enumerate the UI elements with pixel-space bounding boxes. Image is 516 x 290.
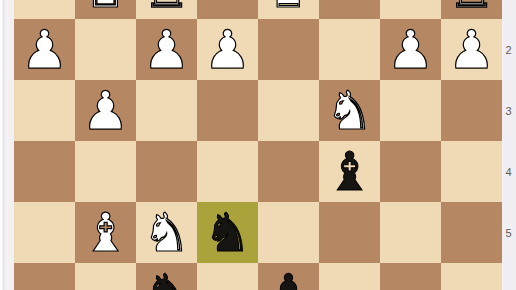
white-pawn[interactable]: ♟ — [441, 19, 502, 80]
white-bishop[interactable]: ♝ — [75, 202, 136, 263]
white-pawn[interactable]: ♟ — [136, 19, 197, 80]
square-b2[interactable]: ♟ — [380, 19, 441, 80]
square-d2[interactable] — [258, 19, 319, 80]
white-queen[interactable]: ♛ — [258, 0, 319, 19]
square-a2[interactable]: ♟ — [441, 19, 502, 80]
square-c1[interactable] — [319, 0, 380, 19]
square-e3[interactable] — [197, 80, 258, 141]
square-e2[interactable]: ♟ — [197, 19, 258, 80]
square-c2[interactable] — [319, 19, 380, 80]
square-h1[interactable] — [14, 0, 75, 19]
white-pawn[interactable]: ♟ — [197, 19, 258, 80]
chess-board: ♚♜♛♜♟♟♟♟♟♟♞♝♝♞♞♞♟ — [14, 0, 502, 290]
white-rook[interactable]: ♜ — [136, 0, 197, 19]
square-a4[interactable] — [441, 141, 502, 202]
square-a6[interactable] — [441, 263, 502, 290]
square-e4[interactable] — [197, 141, 258, 202]
chess-board-screenshot: ♚♜♛♜♟♟♟♟♟♟♞♝♝♞♞♞♟ 2345 — [0, 0, 516, 290]
square-g5[interactable]: ♝ — [75, 202, 136, 263]
square-b6[interactable] — [380, 263, 441, 290]
black-knight[interactable]: ♞ — [136, 263, 197, 290]
square-b3[interactable] — [380, 80, 441, 141]
board-viewport: ♚♜♛♜♟♟♟♟♟♟♞♝♝♞♞♞♟ — [14, 0, 502, 290]
rank-coordinates-gutter: 2345 — [502, 0, 516, 290]
square-g1[interactable]: ♚ — [75, 0, 136, 19]
white-pawn[interactable]: ♟ — [75, 80, 136, 141]
square-c5[interactable] — [319, 202, 380, 263]
rank-label-4: 4 — [502, 166, 515, 178]
square-g3[interactable]: ♟ — [75, 80, 136, 141]
rank-label-2: 2 — [502, 44, 515, 56]
square-h3[interactable] — [14, 80, 75, 141]
square-e5[interactable]: ♞ — [197, 202, 258, 263]
black-bishop[interactable]: ♝ — [319, 141, 380, 202]
black-pawn[interactable]: ♟ — [258, 263, 319, 290]
square-d1[interactable]: ♛ — [258, 0, 319, 19]
square-b5[interactable] — [380, 202, 441, 263]
white-king[interactable]: ♚ — [75, 0, 136, 19]
square-e6[interactable] — [197, 263, 258, 290]
square-g6[interactable] — [75, 263, 136, 290]
square-g2[interactable] — [75, 19, 136, 80]
square-f6[interactable]: ♞ — [136, 263, 197, 290]
square-f2[interactable]: ♟ — [136, 19, 197, 80]
square-f1[interactable]: ♜ — [136, 0, 197, 19]
square-h6[interactable] — [14, 263, 75, 290]
rank-label-3: 3 — [502, 105, 515, 117]
square-b1[interactable] — [380, 0, 441, 19]
square-e1[interactable] — [197, 0, 258, 19]
square-f3[interactable] — [136, 80, 197, 141]
square-h2[interactable]: ♟ — [14, 19, 75, 80]
square-b4[interactable] — [380, 141, 441, 202]
square-d3[interactable] — [258, 80, 319, 141]
square-c3[interactable]: ♞ — [319, 80, 380, 141]
square-g4[interactable] — [75, 141, 136, 202]
rank-label-5: 5 — [502, 227, 515, 239]
page-left-edge-strip — [0, 0, 14, 290]
square-a3[interactable] — [441, 80, 502, 141]
square-d5[interactable] — [258, 202, 319, 263]
square-d6[interactable]: ♟ — [258, 263, 319, 290]
square-c6[interactable] — [319, 263, 380, 290]
square-f4[interactable] — [136, 141, 197, 202]
white-pawn[interactable]: ♟ — [380, 19, 441, 80]
white-rook[interactable]: ♜ — [441, 0, 502, 19]
black-knight[interactable]: ♞ — [197, 202, 258, 263]
white-pawn[interactable]: ♟ — [14, 19, 75, 80]
square-f5[interactable]: ♞ — [136, 202, 197, 263]
square-a5[interactable] — [441, 202, 502, 263]
square-a1[interactable]: ♜ — [441, 0, 502, 19]
square-h4[interactable] — [14, 141, 75, 202]
white-knight[interactable]: ♞ — [319, 80, 380, 141]
square-d4[interactable] — [258, 141, 319, 202]
square-h5[interactable] — [14, 202, 75, 263]
white-knight[interactable]: ♞ — [136, 202, 197, 263]
square-c4[interactable]: ♝ — [319, 141, 380, 202]
